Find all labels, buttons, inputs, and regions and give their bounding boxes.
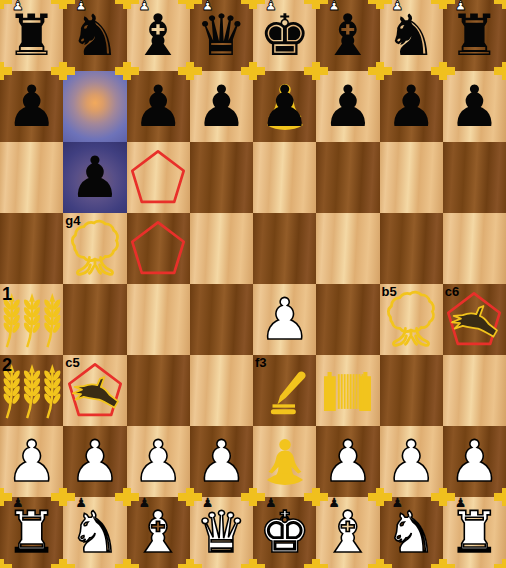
square-e7[interactable]: ♟	[253, 71, 316, 142]
promotion-corner-bracket	[59, 488, 67, 506]
white-pawn-promotion-marker-icon: ♟	[328, 0, 340, 12]
piece-black-queen[interactable]: ♛	[190, 0, 253, 71]
square-f3[interactable]	[316, 355, 379, 426]
promotion-corner-bracket	[439, 0, 447, 9]
square-a7[interactable]: ♟	[0, 71, 63, 142]
piece-white-pawn[interactable]: ♟	[190, 426, 253, 497]
promotion-corner-bracket	[376, 62, 384, 80]
piece-black-pawn[interactable]: ♟	[253, 71, 316, 142]
square-a4[interactable]: 1	[0, 284, 63, 355]
white-pawn-promotion-marker-icon: ♟	[139, 0, 151, 12]
square-c2[interactable]: ♟	[127, 426, 190, 497]
square-e4[interactable]: ♟	[253, 284, 316, 355]
white-pawn-promotion-marker-icon: ♟	[455, 0, 467, 12]
move-label: c6	[445, 284, 459, 299]
square-d6[interactable]	[190, 142, 253, 213]
piece-black-knight[interactable]: ♞	[63, 0, 126, 71]
promotion-corner-bracket	[0, 0, 4, 9]
promotion-corner-bracket	[123, 62, 131, 80]
white-pawn-promotion-marker-icon: ♟	[392, 0, 404, 12]
square-f8[interactable]: ♝♟	[316, 0, 379, 71]
black-pawn-promotion-marker-icon: ♟	[392, 496, 404, 509]
square-c8[interactable]: ♝♟	[127, 0, 190, 71]
square-c4[interactable]	[127, 284, 190, 355]
square-c3[interactable]	[127, 355, 190, 426]
square-b8[interactable]: ♞♟	[63, 0, 126, 71]
piece-black-rook[interactable]: ♜	[0, 0, 63, 71]
square-h8[interactable]: ♜♟	[443, 0, 506, 71]
piece-white-pawn[interactable]: ♟	[127, 426, 190, 497]
pentagon-icon	[127, 213, 190, 284]
piece-black-pawn[interactable]: ♟	[443, 71, 506, 142]
white-pawn-promotion-marker-icon: ♟	[265, 0, 277, 12]
square-a5[interactable]	[0, 213, 63, 284]
promotion-corner-bracket	[439, 488, 447, 506]
square-b1[interactable]: ♞♟	[63, 497, 126, 568]
square-c5[interactable]	[127, 213, 190, 284]
square-d3[interactable]	[190, 355, 253, 426]
promotion-corner-bracket	[59, 62, 67, 80]
count-label: 2	[2, 355, 12, 376]
piece-black-bishop[interactable]: ♝	[127, 0, 190, 71]
piece-black-pawn[interactable]: ♟	[190, 71, 253, 142]
promotion-corner-bracket	[312, 62, 320, 80]
square-g5[interactable]	[380, 213, 443, 284]
square-f7[interactable]: ♟	[316, 71, 379, 142]
promotion-corner-bracket	[439, 62, 447, 80]
square-e8[interactable]: ♚♟	[253, 0, 316, 71]
promotion-corner-bracket	[249, 62, 257, 80]
promotion-corner-bracket	[186, 488, 194, 506]
square-f1[interactable]: ♝♟	[316, 497, 379, 568]
square-c1[interactable]: ♝♟	[127, 497, 190, 568]
meditation-icon	[253, 426, 316, 497]
piece-black-bishop[interactable]: ♝	[316, 0, 379, 71]
square-b6[interactable]: ♟	[63, 142, 126, 213]
promotion-corner-bracket	[312, 559, 320, 568]
black-pawn-promotion-marker-icon: ♟	[455, 496, 467, 509]
square-d2[interactable]: ♟	[190, 426, 253, 497]
square-h4[interactable]: c6	[443, 284, 506, 355]
square-f2[interactable]: ♟	[316, 426, 379, 497]
square-c7[interactable]: ♟	[127, 71, 190, 142]
move-label: f3	[255, 355, 267, 370]
piece-white-knight[interactable]: ♞	[380, 497, 443, 568]
square-e2[interactable]	[253, 426, 316, 497]
square-g4[interactable]: b5	[380, 284, 443, 355]
promotion-corner-bracket	[0, 559, 4, 568]
black-pawn-promotion-marker-icon: ♟	[265, 496, 277, 509]
square-h6[interactable]	[443, 142, 506, 213]
promotion-corner-bracket	[376, 488, 384, 506]
piece-white-knight[interactable]: ♞	[63, 497, 126, 568]
piece-white-rook[interactable]: ♜	[0, 497, 63, 568]
piece-black-pawn[interactable]: ♟	[63, 142, 126, 213]
gate-icon	[316, 355, 379, 426]
piece-white-pawn[interactable]: ♟	[316, 426, 379, 497]
square-h7[interactable]: ♟	[443, 71, 506, 142]
square-f5[interactable]	[316, 213, 379, 284]
white-pawn-promotion-marker-icon: ♟	[75, 0, 87, 12]
square-g6[interactable]	[380, 142, 443, 213]
piece-black-pawn[interactable]: ♟	[316, 71, 379, 142]
promotion-corner-bracket	[59, 559, 67, 568]
square-d7[interactable]: ♟	[190, 71, 253, 142]
promotion-corner-bracket	[0, 488, 4, 506]
promotion-corner-bracket	[312, 488, 320, 506]
square-g3[interactable]	[380, 355, 443, 426]
white-pawn-promotion-marker-icon: ♟	[202, 0, 214, 12]
piece-black-king[interactable]: ♚	[253, 0, 316, 71]
square-f6[interactable]	[316, 142, 379, 213]
square-h3[interactable]	[443, 355, 506, 426]
piece-white-king[interactable]: ♚	[253, 497, 316, 568]
promotion-corner-bracket	[249, 0, 257, 9]
square-h5[interactable]	[443, 213, 506, 284]
piece-white-rook[interactable]: ♜	[443, 497, 506, 568]
square-d5[interactable]	[190, 213, 253, 284]
promotion-corner-bracket	[186, 62, 194, 80]
promotion-corner-bracket	[502, 0, 506, 9]
square-e1[interactable]: ♚♟	[253, 497, 316, 568]
square-d4[interactable]	[190, 284, 253, 355]
piece-black-pawn[interactable]: ♟	[380, 71, 443, 142]
square-b2[interactable]: ♟	[63, 426, 126, 497]
count-label: 1	[2, 284, 12, 305]
square-a6[interactable]	[0, 142, 63, 213]
square-g2[interactable]: ♟	[380, 426, 443, 497]
promotion-corner-bracket	[502, 559, 506, 568]
black-pawn-promotion-marker-icon: ♟	[75, 496, 87, 509]
square-a3[interactable]: 2	[0, 355, 63, 426]
square-g1[interactable]: ♞♟	[380, 497, 443, 568]
promotion-corner-bracket	[123, 0, 131, 9]
piece-white-pawn[interactable]: ♟	[0, 426, 63, 497]
square-a1[interactable]: ♜♟	[0, 497, 63, 568]
piece-white-bishop[interactable]: ♝	[316, 497, 379, 568]
promotion-corner-bracket	[186, 559, 194, 568]
move-label: g4	[65, 213, 80, 228]
move-label: b5	[382, 284, 397, 299]
black-pawn-promotion-marker-icon: ♟	[202, 496, 214, 509]
black-pawn-promotion-marker-icon: ♟	[12, 496, 24, 509]
piece-black-pawn[interactable]: ♟	[0, 71, 63, 142]
square-h1[interactable]: ♜♟	[443, 497, 506, 568]
square-h2[interactable]: ♟	[443, 426, 506, 497]
promotion-corner-bracket	[186, 0, 194, 9]
square-b7[interactable]	[63, 71, 126, 142]
piece-white-pawn[interactable]: ♟	[380, 426, 443, 497]
piece-white-pawn[interactable]: ♟	[63, 426, 126, 497]
square-b3[interactable]: c5	[63, 355, 126, 426]
square-g7[interactable]: ♟	[380, 71, 443, 142]
square-a2[interactable]: ♟	[0, 426, 63, 497]
promotion-corner-bracket	[59, 0, 67, 9]
white-pawn-promotion-marker-icon: ♟	[12, 0, 24, 12]
pentagon-icon	[127, 142, 190, 213]
promotion-corner-bracket	[376, 559, 384, 568]
promotion-corner-bracket	[249, 488, 257, 506]
square-c6[interactable]	[127, 142, 190, 213]
promotion-corner-bracket	[439, 559, 447, 568]
square-g8[interactable]: ♞♟	[380, 0, 443, 71]
square-a8[interactable]: ♜♟	[0, 0, 63, 71]
promotion-corner-bracket	[249, 559, 257, 568]
square-e6[interactable]	[253, 142, 316, 213]
promotion-corner-bracket	[312, 0, 320, 9]
piece-black-pawn[interactable]: ♟	[127, 71, 190, 142]
piece-white-pawn[interactable]: ♟	[443, 426, 506, 497]
square-b4[interactable]	[63, 284, 126, 355]
piece-white-pawn[interactable]: ♟	[253, 284, 316, 355]
piece-white-queen[interactable]: ♛	[190, 497, 253, 568]
black-pawn-promotion-marker-icon: ♟	[139, 496, 151, 509]
promotion-corner-bracket	[502, 488, 506, 506]
square-d1[interactable]: ♛♟	[190, 497, 253, 568]
promotion-corner-bracket	[376, 0, 384, 9]
move-label: c5	[65, 355, 79, 370]
square-f4[interactable]	[316, 284, 379, 355]
promotion-corner-bracket	[123, 488, 131, 506]
square-e3[interactable]: f3	[253, 355, 316, 426]
square-e5[interactable]	[253, 213, 316, 284]
square-b5[interactable]: g4	[63, 213, 126, 284]
square-d8[interactable]: ♛♟	[190, 0, 253, 71]
promotion-corner-bracket	[502, 62, 506, 80]
promotion-corner-bracket	[0, 62, 4, 80]
piece-white-bishop[interactable]: ♝	[127, 497, 190, 568]
piece-black-knight[interactable]: ♞	[380, 0, 443, 71]
promotion-corner-bracket	[123, 559, 131, 568]
black-pawn-promotion-marker-icon: ♟	[328, 496, 340, 509]
piece-black-rook[interactable]: ♜	[443, 0, 506, 71]
chess-board: ♜♟♞♟♝♟♛♟♚♟♝♟♞♟♜♟♟♟♟ ♟♟♟♟♟ g4 1♟ b5c6	[0, 0, 506, 568]
